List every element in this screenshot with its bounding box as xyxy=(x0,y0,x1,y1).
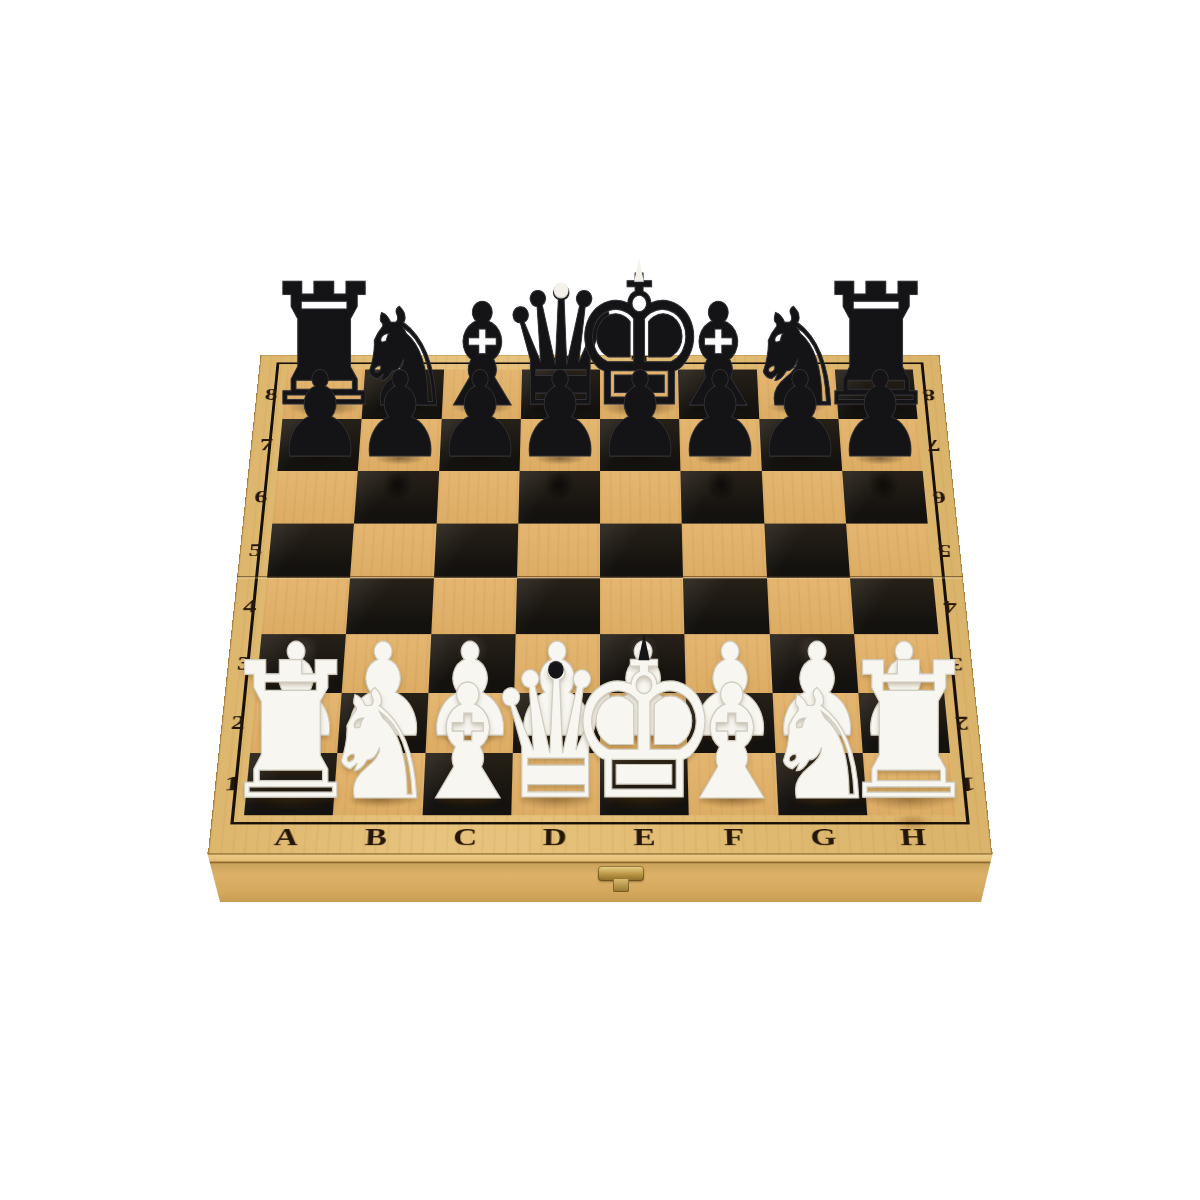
pawn-glyph: ♟ xyxy=(674,356,766,475)
queen-finial-ball-icon xyxy=(553,282,567,298)
pieces-layer: ♜♞♝♛♚♝♞♜♟♟♟♟♟♟♟♟♟♟♟♟♟♟♟♟♜♞♝♛♚♝♞♜ xyxy=(0,0,1200,1200)
pawn-glyph: ♟ xyxy=(594,356,686,475)
queen-finial-ball-icon xyxy=(548,660,564,678)
pawn-glyph: ♟ xyxy=(434,356,526,475)
rook-glyph: ♜ xyxy=(835,638,982,826)
pawn-glyph: ♟ xyxy=(834,356,926,475)
king-finial-cone-icon xyxy=(632,258,646,282)
king-finial-cone-icon xyxy=(636,634,652,661)
pawn-glyph: ♟ xyxy=(754,356,846,475)
pawn-glyph: ♟ xyxy=(274,356,366,475)
pawn-glyph: ♟ xyxy=(514,356,606,475)
chess-set-photo: 88AA77BB66CC55DD44EE33FF22GG11HH ♜♞♝♛♚♝♞… xyxy=(0,0,1200,1200)
pawn-glyph: ♟ xyxy=(354,356,446,475)
